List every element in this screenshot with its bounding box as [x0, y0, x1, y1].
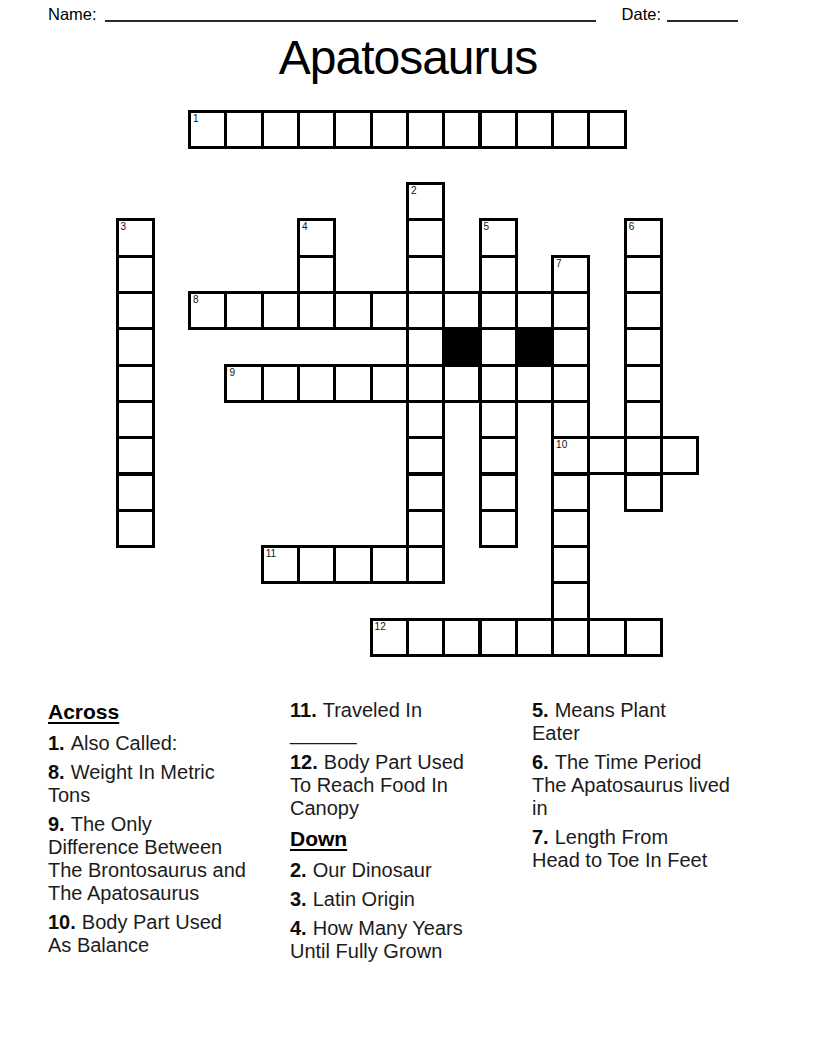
grid-cell[interactable]: [515, 291, 554, 330]
grid-cell[interactable]: [116, 473, 155, 512]
clue-number: 1.: [48, 732, 65, 754]
clue-text: Means Plant Eater: [532, 699, 666, 744]
clue-number: 9.: [48, 813, 65, 835]
grid-cell[interactable]: [116, 509, 155, 548]
clue-across-12: 12.Body Part Used To Reach Food In Canop…: [290, 751, 522, 820]
grid-cell[interactable]: 6: [624, 218, 663, 257]
cell-number: 12: [375, 621, 386, 633]
clue-down-5: 5.Means Plant Eater: [532, 699, 764, 745]
grid-cell[interactable]: [624, 400, 663, 439]
clue-text: Also Called:: [71, 732, 178, 754]
grid-cell[interactable]: [116, 364, 155, 403]
grid-cell[interactable]: [479, 255, 518, 294]
cell-number: 3: [121, 221, 127, 233]
cell-number: 7: [556, 258, 562, 270]
clue-section: Across 1.Also Called: 8.Weight In Metric…: [48, 699, 764, 969]
clue-down-3: 3.Latin Origin: [290, 888, 522, 911]
grid-cell[interactable]: [551, 364, 590, 403]
grid-cell[interactable]: [624, 473, 663, 512]
grid-cell[interactable]: [116, 327, 155, 366]
clue-number: 12.: [290, 751, 318, 773]
grid-cell[interactable]: [442, 618, 481, 657]
grid-cell[interactable]: [406, 436, 445, 475]
grid-cell[interactable]: [479, 436, 518, 475]
grid-cell[interactable]: [551, 473, 590, 512]
grid-cell[interactable]: [406, 255, 445, 294]
grid-cell[interactable]: [479, 327, 518, 366]
grid-cell[interactable]: 8: [188, 291, 227, 330]
grid-cell[interactable]: 12: [370, 618, 409, 657]
grid-cell[interactable]: [587, 436, 626, 475]
clue-across-9: 9.The Only Difference Between The Bronto…: [48, 813, 280, 905]
grid-cell[interactable]: [261, 291, 300, 330]
grid-cell[interactable]: [551, 545, 590, 584]
grid-cell[interactable]: [406, 218, 445, 257]
grid-cell[interactable]: [442, 110, 481, 149]
grid-cell[interactable]: [116, 436, 155, 475]
black-cell: [515, 327, 554, 366]
grid-cell[interactable]: [370, 364, 409, 403]
clue-column-3: 5.Means Plant Eater 6.The Time Period Th…: [532, 699, 764, 969]
grid-cell[interactable]: [333, 291, 372, 330]
grid-cell[interactable]: [551, 581, 590, 620]
grid-cell[interactable]: 11: [261, 545, 300, 584]
grid-cell[interactable]: [551, 509, 590, 548]
grid-cell[interactable]: [587, 618, 626, 657]
clue-text: The Time Period The Apatosaurus lived in: [532, 751, 730, 819]
grid-cell[interactable]: [551, 400, 590, 439]
grid-cell[interactable]: [333, 364, 372, 403]
clue-text: How Many Years Until Fully Grown: [290, 917, 463, 962]
cell-number: 6: [629, 221, 635, 233]
clue-text: Weight In Metric Tons: [48, 761, 215, 806]
grid-cell[interactable]: [624, 618, 663, 657]
cell-number: 2: [411, 185, 417, 197]
grid-cell[interactable]: [515, 110, 554, 149]
clue-across-11: 11.Traveled In ______: [290, 699, 522, 745]
grid-cell[interactable]: [406, 545, 445, 584]
clue-across-10: 10.Body Part Used As Balance: [48, 911, 280, 957]
clue-down-6: 6.The Time Period The Apatosaurus lived …: [532, 751, 764, 820]
cell-number: 9: [229, 367, 235, 379]
grid-cell[interactable]: [333, 545, 372, 584]
grid-cell[interactable]: [624, 364, 663, 403]
clue-number: 2.: [290, 859, 307, 881]
grid-cell[interactable]: [406, 364, 445, 403]
clue-number: 3.: [290, 888, 307, 910]
grid-cell[interactable]: [624, 291, 663, 330]
clue-number: 11.: [290, 699, 317, 721]
grid-cell[interactable]: 5: [479, 218, 518, 257]
grid-cell[interactable]: 1: [188, 110, 227, 149]
grid-cell[interactable]: [479, 291, 518, 330]
grid-cell[interactable]: [406, 327, 445, 366]
grid-cell[interactable]: [551, 327, 590, 366]
grid-cell[interactable]: [624, 255, 663, 294]
down-header: Down: [290, 826, 522, 852]
grid-cell[interactable]: 2: [406, 182, 445, 221]
grid-cell[interactable]: [406, 110, 445, 149]
grid-cell[interactable]: [515, 618, 554, 657]
grid-cell[interactable]: [224, 291, 263, 330]
grid-cell[interactable]: 10: [551, 436, 590, 475]
grid-cell[interactable]: [660, 436, 699, 475]
grid-cell[interactable]: [406, 291, 445, 330]
cell-number: 5: [484, 221, 490, 233]
grid-cell[interactable]: [624, 327, 663, 366]
grid-cell[interactable]: [479, 473, 518, 512]
grid-cell[interactable]: [479, 400, 518, 439]
grid-cell[interactable]: [406, 473, 445, 512]
clue-across-8: 8.Weight In Metric Tons: [48, 761, 280, 807]
clue-column-1: Across 1.Also Called: 8.Weight In Metric…: [48, 699, 280, 969]
clue-number: 5.: [532, 699, 549, 721]
grid-cell[interactable]: [370, 110, 409, 149]
cell-number: 4: [302, 221, 308, 233]
grid-cell[interactable]: [442, 291, 481, 330]
grid-cell[interactable]: [624, 436, 663, 475]
clue-number: 8.: [48, 761, 65, 783]
clue-number: 7.: [532, 826, 549, 848]
clue-number: 6.: [532, 751, 549, 773]
clue-down-4: 4.How Many Years Until Fully Grown: [290, 917, 522, 963]
cell-number: 10: [556, 439, 567, 451]
grid-cell[interactable]: [551, 618, 590, 657]
grid-cell[interactable]: [370, 291, 409, 330]
grid-cell[interactable]: [551, 291, 590, 330]
grid-cell[interactable]: [297, 110, 336, 149]
across-header: Across: [48, 699, 280, 725]
grid-cell[interactable]: [116, 291, 155, 330]
grid-cell[interactable]: [442, 364, 481, 403]
grid-cell[interactable]: [333, 110, 372, 149]
clue-text: Latin Origin: [313, 888, 415, 910]
grid-cell[interactable]: 4: [297, 218, 336, 257]
grid-cell[interactable]: [116, 255, 155, 294]
grid-cell[interactable]: [370, 545, 409, 584]
clue-text: The Only Difference Between The Brontosa…: [48, 813, 246, 904]
grid-cell[interactable]: [551, 110, 590, 149]
clue-down-7: 7.Length From Head to Toe In Feet: [532, 826, 764, 872]
grid-cell[interactable]: [406, 509, 445, 548]
clue-across-1: 1.Also Called:: [48, 732, 280, 755]
grid-cell[interactable]: [297, 364, 336, 403]
grid-cell[interactable]: [479, 618, 518, 657]
grid-cell[interactable]: [261, 364, 300, 403]
crossword-grid: 123456789101112: [0, 0, 816, 700]
grid-cell[interactable]: [479, 364, 518, 403]
grid-cell[interactable]: [297, 255, 336, 294]
grid-cell[interactable]: 7: [551, 255, 590, 294]
grid-cell[interactable]: [479, 509, 518, 548]
clue-text: Our Dinosaur: [313, 859, 432, 881]
grid-cell[interactable]: [587, 110, 626, 149]
clue-number: 4.: [290, 917, 307, 939]
grid-cell[interactable]: [261, 110, 300, 149]
grid-cell[interactable]: 3: [116, 218, 155, 257]
black-cell: [442, 327, 481, 366]
grid-cell[interactable]: [224, 110, 263, 149]
clue-down-2: 2.Our Dinosaur: [290, 859, 522, 882]
grid-cell[interactable]: [406, 618, 445, 657]
grid-cell[interactable]: [297, 545, 336, 584]
cell-number: 8: [193, 294, 199, 306]
grid-cell[interactable]: 9: [224, 364, 263, 403]
cell-number: 11: [266, 548, 276, 560]
grid-cell[interactable]: [406, 400, 445, 439]
clue-column-2: 11.Traveled In ______ 12.Body Part Used …: [290, 699, 522, 969]
cell-number: 1: [193, 113, 199, 125]
clue-text: Length From Head to Toe In Feet: [532, 826, 707, 871]
grid-cell[interactable]: [479, 110, 518, 149]
grid-cell[interactable]: [515, 364, 554, 403]
clue-number: 10.: [48, 911, 76, 933]
grid-cell[interactable]: [116, 400, 155, 439]
grid-cell[interactable]: [297, 291, 336, 330]
